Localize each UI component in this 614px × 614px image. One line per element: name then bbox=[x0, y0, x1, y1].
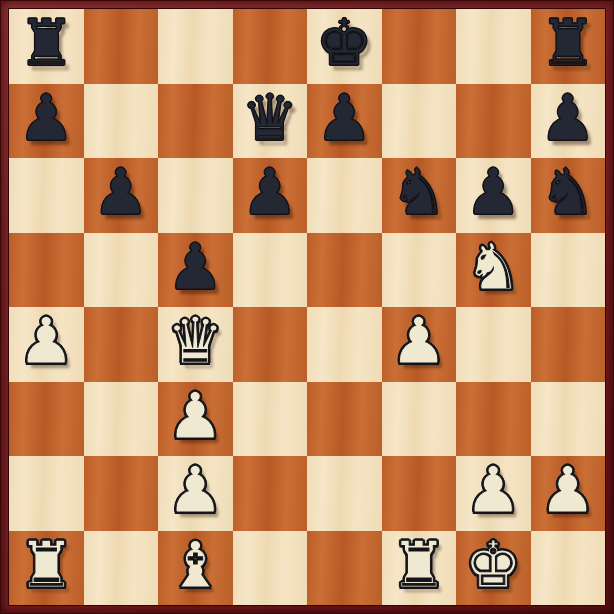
square-c5[interactable]: ♟︎ bbox=[158, 233, 233, 308]
square-d4[interactable] bbox=[233, 307, 308, 382]
square-b5[interactable] bbox=[84, 233, 159, 308]
square-e1[interactable] bbox=[307, 531, 382, 606]
square-e6[interactable] bbox=[307, 158, 382, 233]
black-knight-f6[interactable]: ♞ bbox=[390, 160, 447, 224]
square-h3[interactable] bbox=[531, 382, 606, 457]
square-e5[interactable] bbox=[307, 233, 382, 308]
square-d7[interactable]: ♛ bbox=[233, 84, 308, 159]
square-c2[interactable]: ♟︎ bbox=[158, 456, 233, 531]
square-c6[interactable] bbox=[158, 158, 233, 233]
square-b1[interactable] bbox=[84, 531, 159, 606]
square-a7[interactable]: ♟︎ bbox=[9, 84, 84, 159]
square-b2[interactable] bbox=[84, 456, 159, 531]
square-g7[interactable] bbox=[456, 84, 531, 159]
square-e3[interactable] bbox=[307, 382, 382, 457]
square-h6[interactable]: ♞ bbox=[531, 158, 606, 233]
square-d3[interactable] bbox=[233, 382, 308, 457]
white-pawn-f4[interactable]: ♟︎ bbox=[390, 309, 447, 373]
square-a6[interactable] bbox=[9, 158, 84, 233]
square-h2[interactable]: ♟︎ bbox=[531, 456, 606, 531]
square-c1[interactable]: ♝ bbox=[158, 531, 233, 606]
square-e8[interactable]: ♚ bbox=[307, 9, 382, 84]
square-g6[interactable]: ♟︎ bbox=[456, 158, 531, 233]
square-c7[interactable] bbox=[158, 84, 233, 159]
square-f7[interactable] bbox=[382, 84, 457, 159]
white-pawn-g2[interactable]: ♟︎ bbox=[465, 458, 522, 522]
square-f4[interactable]: ♟︎ bbox=[382, 307, 457, 382]
square-a5[interactable] bbox=[9, 233, 84, 308]
square-e4[interactable] bbox=[307, 307, 382, 382]
square-f1[interactable]: ♜ bbox=[382, 531, 457, 606]
black-pawn-a7[interactable]: ♟︎ bbox=[18, 86, 75, 150]
square-b6[interactable]: ♟︎ bbox=[84, 158, 159, 233]
white-pawn-c3[interactable]: ♟︎ bbox=[167, 384, 224, 448]
square-f3[interactable] bbox=[382, 382, 457, 457]
square-d2[interactable] bbox=[233, 456, 308, 531]
white-pawn-c2[interactable]: ♟︎ bbox=[167, 458, 224, 522]
square-c4[interactable]: ♛ bbox=[158, 307, 233, 382]
white-pawn-h2[interactable]: ♟︎ bbox=[539, 458, 596, 522]
black-rook-a8[interactable]: ♜ bbox=[18, 11, 75, 75]
square-g5[interactable]: ♞ bbox=[456, 233, 531, 308]
square-h8[interactable]: ♜ bbox=[531, 9, 606, 84]
square-f6[interactable]: ♞ bbox=[382, 158, 457, 233]
white-king-g1[interactable]: ♚ bbox=[465, 533, 522, 597]
square-d1[interactable] bbox=[233, 531, 308, 606]
square-c8[interactable] bbox=[158, 9, 233, 84]
square-f8[interactable] bbox=[382, 9, 457, 84]
chess-board: ♜♚♜♟︎♛♟︎♟︎♟︎♟︎♞♟︎♞♟︎♞♟︎♛♟︎♟︎♟︎♟︎♟︎♜♝♜♚ bbox=[9, 9, 605, 605]
black-king-e8[interactable]: ♚ bbox=[316, 11, 373, 75]
square-a4[interactable]: ♟︎ bbox=[9, 307, 84, 382]
square-a2[interactable] bbox=[9, 456, 84, 531]
square-h1[interactable] bbox=[531, 531, 606, 606]
square-b8[interactable] bbox=[84, 9, 159, 84]
white-bishop-c1[interactable]: ♝ bbox=[167, 533, 224, 597]
black-pawn-h7[interactable]: ♟︎ bbox=[539, 86, 596, 150]
square-a1[interactable]: ♜ bbox=[9, 531, 84, 606]
square-b3[interactable] bbox=[84, 382, 159, 457]
square-g4[interactable] bbox=[456, 307, 531, 382]
square-g2[interactable]: ♟︎ bbox=[456, 456, 531, 531]
square-h7[interactable]: ♟︎ bbox=[531, 84, 606, 159]
square-f5[interactable] bbox=[382, 233, 457, 308]
square-f2[interactable] bbox=[382, 456, 457, 531]
square-d8[interactable] bbox=[233, 9, 308, 84]
black-knight-h6[interactable]: ♞ bbox=[539, 160, 596, 224]
white-pawn-a4[interactable]: ♟︎ bbox=[18, 309, 75, 373]
white-rook-a1[interactable]: ♜ bbox=[18, 533, 75, 597]
square-c3[interactable]: ♟︎ bbox=[158, 382, 233, 457]
white-queen-c4[interactable]: ♛ bbox=[167, 309, 224, 373]
square-b4[interactable] bbox=[84, 307, 159, 382]
black-pawn-b6[interactable]: ♟︎ bbox=[92, 160, 149, 224]
black-pawn-d6[interactable]: ♟︎ bbox=[241, 160, 298, 224]
white-rook-f1[interactable]: ♜ bbox=[390, 533, 447, 597]
black-queen-d7[interactable]: ♛ bbox=[241, 86, 298, 150]
square-d6[interactable]: ♟︎ bbox=[233, 158, 308, 233]
black-pawn-e7[interactable]: ♟︎ bbox=[316, 86, 373, 150]
square-e7[interactable]: ♟︎ bbox=[307, 84, 382, 159]
square-a3[interactable] bbox=[9, 382, 84, 457]
board-frame: ♜♚♜♟︎♛♟︎♟︎♟︎♟︎♞♟︎♞♟︎♞♟︎♛♟︎♟︎♟︎♟︎♟︎♜♝♜♚ bbox=[0, 0, 614, 614]
square-h5[interactable] bbox=[531, 233, 606, 308]
square-g8[interactable] bbox=[456, 9, 531, 84]
square-g1[interactable]: ♚ bbox=[456, 531, 531, 606]
black-pawn-g6[interactable]: ♟︎ bbox=[465, 160, 522, 224]
white-knight-g5[interactable]: ♞ bbox=[465, 235, 522, 299]
square-b7[interactable] bbox=[84, 84, 159, 159]
square-e2[interactable] bbox=[307, 456, 382, 531]
square-a8[interactable]: ♜ bbox=[9, 9, 84, 84]
square-g3[interactable] bbox=[456, 382, 531, 457]
black-rook-h8[interactable]: ♜ bbox=[539, 11, 596, 75]
square-d5[interactable] bbox=[233, 233, 308, 308]
black-pawn-c5[interactable]: ♟︎ bbox=[167, 235, 224, 299]
square-h4[interactable] bbox=[531, 307, 606, 382]
